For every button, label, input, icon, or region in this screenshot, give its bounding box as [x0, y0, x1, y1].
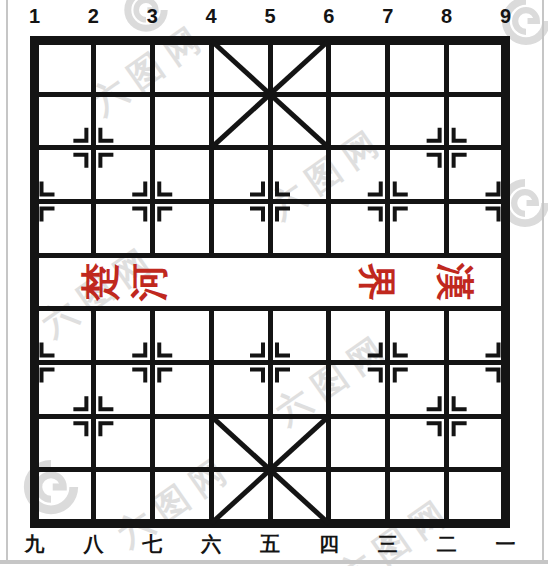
file-label-bottom: 三: [378, 532, 398, 556]
board-cell: [390, 45, 449, 97]
board-cell: [214, 365, 273, 419]
file-label-bottom: 二: [437, 532, 457, 556]
board-cell: [96, 419, 155, 473]
board-cell: [39, 45, 96, 97]
board-cell: [214, 419, 273, 473]
board-cell: [390, 204, 449, 258]
board-cell: [96, 150, 155, 204]
board-cell: [39, 311, 96, 365]
board-cell: [331, 97, 390, 151]
file-label-bottom: 四: [319, 532, 339, 556]
board-cell: [214, 472, 273, 519]
image-frame-line: [542, 0, 544, 562]
file-label-top: 6: [323, 4, 334, 28]
board-cell: [449, 472, 501, 519]
file-label-top: 1: [29, 4, 40, 28]
board-cell: [214, 45, 273, 97]
board-cell: [273, 45, 332, 97]
board-cell: [273, 472, 332, 519]
board-cell: [96, 204, 155, 258]
board-cell: [331, 311, 390, 365]
board-cell: [390, 472, 449, 519]
board-cell: [39, 365, 96, 419]
board-cell: [273, 97, 332, 151]
board-cell: [390, 97, 449, 151]
board-cell: [449, 45, 501, 97]
board-cell: [273, 365, 332, 419]
file-label-top: 3: [147, 4, 158, 28]
file-label-top: 5: [264, 4, 275, 28]
file-label-bottom: 七: [142, 532, 162, 556]
board-cell: [331, 419, 390, 473]
board-cell: [331, 204, 390, 258]
file-label-bottom: 九: [25, 532, 45, 556]
file-label-top: 4: [206, 4, 217, 28]
board-cell: [96, 311, 155, 365]
board-cell: [273, 258, 332, 312]
board-cell: [96, 45, 155, 97]
board-cell: [390, 150, 449, 204]
board-cell: [39, 472, 96, 519]
board-cell: [214, 204, 273, 258]
board-cell: [273, 311, 332, 365]
board-cell: [214, 311, 273, 365]
board-cell: [39, 204, 96, 258]
board-cell: [155, 204, 214, 258]
board-cell: [331, 365, 390, 419]
board-cell: [155, 419, 214, 473]
file-label-bottom: 八: [83, 532, 103, 556]
river-character: 河: [130, 263, 168, 301]
board-cell: [273, 150, 332, 204]
board-cell: [96, 365, 155, 419]
board-cell: [273, 419, 332, 473]
board-cell: [390, 311, 449, 365]
board-cell: [331, 45, 390, 97]
board-cell: [214, 258, 273, 312]
board-cell: [449, 150, 501, 204]
board-cell: [214, 150, 273, 204]
image-frame-line: [6, 0, 8, 562]
river-character: 漢: [436, 263, 474, 301]
board-cell: [96, 97, 155, 151]
board-cell: [273, 204, 332, 258]
board-cell: [39, 150, 96, 204]
xiangqi-board-diagram: 六图网 六图网 六图网 六图网 六图网 六图网 123456789 楚河界漢 九…: [0, 0, 548, 566]
board-cell: [449, 97, 501, 151]
board-cell: [449, 204, 501, 258]
board-cell: [39, 419, 96, 473]
image-frame-line: [0, 560, 548, 564]
board-cell: [96, 472, 155, 519]
file-label-bottom: 六: [201, 532, 221, 556]
board-cell: [449, 419, 501, 473]
board-cell: [331, 150, 390, 204]
file-label-top: 7: [382, 4, 393, 28]
board-cell: [39, 97, 96, 151]
board-cell: [449, 311, 501, 365]
board-cell: [155, 365, 214, 419]
river-character: 界: [358, 263, 396, 301]
file-label-bottom: 五: [260, 532, 280, 556]
file-label-top: 8: [441, 4, 452, 28]
board-cell: [390, 419, 449, 473]
board-cell: [155, 150, 214, 204]
board-cell: [390, 365, 449, 419]
board-cell: [155, 472, 214, 519]
river-character: 楚: [81, 263, 119, 301]
board-cell: [155, 97, 214, 151]
board-cell: [155, 45, 214, 97]
board-cell: [331, 472, 390, 519]
file-label-top: 2: [88, 4, 99, 28]
board-cell: [155, 311, 214, 365]
file-label-top: 9: [500, 4, 511, 28]
file-label-bottom: 一: [496, 532, 516, 556]
board-cell: [214, 97, 273, 151]
board-cell: [449, 365, 501, 419]
